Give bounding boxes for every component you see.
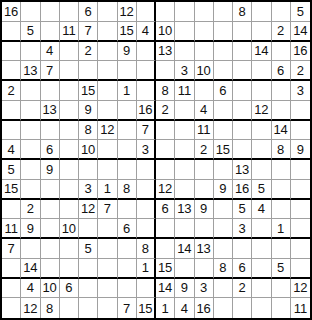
cell-r4c5-empty[interactable] [79,61,98,81]
cell-r9c1-given[interactable]: 5 [2,160,21,180]
cell-r2c8-given[interactable]: 4 [137,22,156,42]
cell-r6c11-given[interactable]: 4 [195,101,214,121]
cell-r9c15-empty[interactable] [272,160,291,180]
cell-r5c12-given[interactable]: 6 [214,81,233,101]
cell-r3c14-given[interactable]: 14 [252,42,271,62]
cell-r6c3-given[interactable]: 13 [41,101,60,121]
cell-r5c3-empty[interactable] [41,81,60,101]
cell-r2c14-empty[interactable] [252,22,271,42]
cell-r3c4-empty[interactable] [60,42,79,62]
cell-r13c2-empty[interactable] [21,239,40,259]
cell-r6c13-empty[interactable] [233,101,252,121]
cell-r1c4-empty[interactable] [60,2,79,22]
cell-r9c13-given[interactable]: 13 [233,160,252,180]
cell-r14c11-empty[interactable] [195,259,214,279]
cell-r8c10-empty[interactable] [175,140,194,160]
cell-r6c4-empty[interactable] [60,101,79,121]
cell-r6c16-empty[interactable] [291,101,310,121]
cell-r10c6-given[interactable]: 1 [98,180,117,200]
cell-r8c4-empty[interactable] [60,140,79,160]
cell-r15c10-given[interactable]: 9 [175,279,194,299]
cell-r10c4-empty[interactable] [60,180,79,200]
cell-r16c12-empty[interactable] [214,298,233,318]
cell-r8c1-given[interactable]: 4 [2,140,21,160]
cell-r10c14-given[interactable]: 5 [252,180,271,200]
cell-r2c7-given[interactable]: 15 [118,22,137,42]
cell-r7c4-empty[interactable] [60,121,79,141]
cell-r9c10-empty[interactable] [175,160,194,180]
cell-r3c16-given[interactable]: 16 [291,42,310,62]
cell-r1c16-given[interactable]: 5 [291,2,310,22]
cell-r2c10-empty[interactable] [175,22,194,42]
cell-r11c1-empty[interactable] [2,200,21,220]
cell-r15c13-given[interactable]: 2 [233,279,252,299]
cell-r7c12-empty[interactable] [214,121,233,141]
cell-r15c4-given[interactable]: 6 [60,279,79,299]
cell-r6c1-empty[interactable] [2,101,21,121]
cell-r8c9-empty[interactable] [156,140,175,160]
cell-r5c8-empty[interactable] [137,81,156,101]
cell-r15c12-empty[interactable] [214,279,233,299]
cell-r7c11-given[interactable]: 11 [195,121,214,141]
cell-r11c4-empty[interactable] [60,200,79,220]
cell-r13c16-empty[interactable] [291,239,310,259]
cell-r15c5-empty[interactable] [79,279,98,299]
cell-r2c5-given[interactable]: 7 [79,22,98,42]
cell-r7c10-empty[interactable] [175,121,194,141]
cell-r14c14-empty[interactable] [252,259,271,279]
cell-r4c7-empty[interactable] [118,61,137,81]
cell-r13c5-given[interactable]: 5 [79,239,98,259]
cell-r16c13-empty[interactable] [233,298,252,318]
cell-r11c2-given[interactable]: 2 [21,200,40,220]
cell-r16c1-empty[interactable] [2,298,21,318]
cell-r3c11-empty[interactable] [195,42,214,62]
cell-r7c2-empty[interactable] [21,121,40,141]
cell-r6c8-given[interactable]: 16 [137,101,156,121]
cell-r16c8-given[interactable]: 15 [137,298,156,318]
cell-r9c4-empty[interactable] [60,160,79,180]
cell-r7c3-empty[interactable] [41,121,60,141]
cell-r7c5-given[interactable]: 8 [79,121,98,141]
cell-r11c8-empty[interactable] [137,200,156,220]
cell-r12c9-empty[interactable] [156,219,175,239]
cell-r3c1-empty[interactable] [2,42,21,62]
cell-r8c8-given[interactable]: 3 [137,140,156,160]
cell-r2c13-empty[interactable] [233,22,252,42]
cell-r15c1-empty[interactable] [2,279,21,299]
cell-r4c16-given[interactable]: 2 [291,61,310,81]
cell-r16c9-given[interactable]: 1 [156,298,175,318]
cell-r16c10-given[interactable]: 4 [175,298,194,318]
cell-r16c7-given[interactable]: 7 [118,298,137,318]
cell-r11c10-given[interactable]: 13 [175,200,194,220]
cell-r14c1-empty[interactable] [2,259,21,279]
cell-r8c5-given[interactable]: 10 [79,140,98,160]
cell-r2c4-given[interactable]: 11 [60,22,79,42]
cell-r6c5-given[interactable]: 9 [79,101,98,121]
cell-r7c13-empty[interactable] [233,121,252,141]
cell-r12c16-empty[interactable] [291,219,310,239]
cell-r5c7-given[interactable]: 1 [118,81,137,101]
cell-r8c11-given[interactable]: 2 [195,140,214,160]
cell-r1c6-empty[interactable] [98,2,117,22]
cell-r9c2-empty[interactable] [21,160,40,180]
cell-r14c7-empty[interactable] [118,259,137,279]
cell-r11c11-given[interactable]: 9 [195,200,214,220]
cell-r6c10-empty[interactable] [175,101,194,121]
cell-r2c12-empty[interactable] [214,22,233,42]
cell-r6c9-given[interactable]: 2 [156,101,175,121]
cell-r12c13-given[interactable]: 3 [233,219,252,239]
cell-r12c10-empty[interactable] [175,219,194,239]
cell-r5c9-given[interactable]: 8 [156,81,175,101]
cell-r10c2-empty[interactable] [21,180,40,200]
cell-r4c4-empty[interactable] [60,61,79,81]
cell-r15c7-empty[interactable] [118,279,137,299]
cell-r9c3-given[interactable]: 9 [41,160,60,180]
cell-r15c9-given[interactable]: 14 [156,279,175,299]
cell-r4c10-given[interactable]: 3 [175,61,194,81]
cell-r2c16-given[interactable]: 14 [291,22,310,42]
cell-r14c3-empty[interactable] [41,259,60,279]
cell-r5c1-given[interactable]: 2 [2,81,21,101]
cell-r9c7-empty[interactable] [118,160,137,180]
cell-r1c15-empty[interactable] [272,2,291,22]
cell-r3c2-empty[interactable] [21,42,40,62]
cell-r12c3-empty[interactable] [41,219,60,239]
cell-r6c15-empty[interactable] [272,101,291,121]
cell-r16c6-empty[interactable] [98,298,117,318]
cell-r12c4-given[interactable]: 10 [60,219,79,239]
cell-r4c6-empty[interactable] [98,61,117,81]
cell-r12c6-empty[interactable] [98,219,117,239]
cell-r4c12-empty[interactable] [214,61,233,81]
cell-r13c3-empty[interactable] [41,239,60,259]
cell-r11c13-given[interactable]: 5 [233,200,252,220]
cell-r4c9-empty[interactable] [156,61,175,81]
cell-r9c11-empty[interactable] [195,160,214,180]
cell-r12c7-given[interactable]: 6 [118,219,137,239]
cell-r12c11-empty[interactable] [195,219,214,239]
cell-r11c14-given[interactable]: 4 [252,200,271,220]
cell-r14c10-empty[interactable] [175,259,194,279]
cell-r4c2-given[interactable]: 13 [21,61,40,81]
cell-r7c1-empty[interactable] [2,121,21,141]
cell-r6c14-given[interactable]: 12 [252,101,271,121]
cell-r10c12-given[interactable]: 9 [214,180,233,200]
cell-r13c8-given[interactable]: 8 [137,239,156,259]
cell-r2c9-given[interactable]: 10 [156,22,175,42]
cell-r8c16-given[interactable]: 9 [291,140,310,160]
cell-r12c14-empty[interactable] [252,219,271,239]
cell-r2c1-empty[interactable] [2,22,21,42]
cell-r12c5-empty[interactable] [79,219,98,239]
cell-r5c13-empty[interactable] [233,81,252,101]
cell-r9c8-empty[interactable] [137,160,156,180]
cell-r12c2-given[interactable]: 9 [21,219,40,239]
cell-r10c16-empty[interactable] [291,180,310,200]
cell-r10c5-given[interactable]: 3 [79,180,98,200]
cell-r13c14-empty[interactable] [252,239,271,259]
cell-r3c3-given[interactable]: 4 [41,42,60,62]
cell-r8c14-empty[interactable] [252,140,271,160]
cell-r9c14-empty[interactable] [252,160,271,180]
cell-r10c10-empty[interactable] [175,180,194,200]
cell-r9c9-empty[interactable] [156,160,175,180]
cell-r4c11-given[interactable]: 10 [195,61,214,81]
cell-r4c14-empty[interactable] [252,61,271,81]
cell-r14c8-given[interactable]: 1 [137,259,156,279]
cell-r16c15-empty[interactable] [272,298,291,318]
cell-r16c14-empty[interactable] [252,298,271,318]
cell-r16c2-given[interactable]: 12 [21,298,40,318]
cell-r2c6-empty[interactable] [98,22,117,42]
cell-r1c10-empty[interactable] [175,2,194,22]
cell-r4c13-empty[interactable] [233,61,252,81]
cell-r10c7-given[interactable]: 8 [118,180,137,200]
cell-r14c12-given[interactable]: 8 [214,259,233,279]
cell-r16c5-empty[interactable] [79,298,98,318]
cell-r13c10-given[interactable]: 14 [175,239,194,259]
cell-r11c16-empty[interactable] [291,200,310,220]
cell-r9c12-empty[interactable] [214,160,233,180]
cell-r12c1-given[interactable]: 11 [2,219,21,239]
cell-r3c6-empty[interactable] [98,42,117,62]
cell-r11c3-empty[interactable] [41,200,60,220]
cell-r3c8-empty[interactable] [137,42,156,62]
cell-r10c8-empty[interactable] [137,180,156,200]
cell-r14c9-given[interactable]: 15 [156,259,175,279]
cell-r7c14-empty[interactable] [252,121,271,141]
cell-r5c14-empty[interactable] [252,81,271,101]
cell-r1c12-empty[interactable] [214,2,233,22]
cell-r11c6-given[interactable]: 7 [98,200,117,220]
cell-r10c3-empty[interactable] [41,180,60,200]
cell-r11c5-given[interactable]: 12 [79,200,98,220]
cell-r13c7-empty[interactable] [118,239,137,259]
cell-r3c10-empty[interactable] [175,42,194,62]
cell-r9c6-empty[interactable] [98,160,117,180]
cell-r16c3-given[interactable]: 8 [41,298,60,318]
cell-r3c5-given[interactable]: 2 [79,42,98,62]
cell-r15c3-given[interactable]: 10 [41,279,60,299]
cell-r8c2-empty[interactable] [21,140,40,160]
cell-r7c9-empty[interactable] [156,121,175,141]
cell-r14c16-empty[interactable] [291,259,310,279]
cell-r11c12-empty[interactable] [214,200,233,220]
cell-r5c11-empty[interactable] [195,81,214,101]
cell-r7c7-empty[interactable] [118,121,137,141]
cell-r16c11-given[interactable]: 16 [195,298,214,318]
cell-r4c1-empty[interactable] [2,61,21,81]
cell-r12c8-empty[interactable] [137,219,156,239]
cell-r1c2-empty[interactable] [21,2,40,22]
cell-r15c16-given[interactable]: 12 [291,279,310,299]
sudoku-board: 1661285511715410214429131416137310622151… [0,0,312,320]
cell-r5c2-empty[interactable] [21,81,40,101]
cell-r14c6-empty[interactable] [98,259,117,279]
cell-r1c5-given[interactable]: 6 [79,2,98,22]
cell-r7c6-given[interactable]: 12 [98,121,117,141]
cell-r12c12-empty[interactable] [214,219,233,239]
cell-r13c12-empty[interactable] [214,239,233,259]
cell-r3c12-empty[interactable] [214,42,233,62]
cell-r5c6-empty[interactable] [98,81,117,101]
cell-r5c10-given[interactable]: 11 [175,81,194,101]
cell-r1c8-empty[interactable] [137,2,156,22]
cell-r2c11-empty[interactable] [195,22,214,42]
cell-r14c2-given[interactable]: 14 [21,259,40,279]
cell-r14c15-given[interactable]: 5 [272,259,291,279]
cell-r15c2-given[interactable]: 4 [21,279,40,299]
cell-r8c15-given[interactable]: 8 [272,140,291,160]
cell-r8c3-given[interactable]: 6 [41,140,60,160]
cell-r13c6-empty[interactable] [98,239,117,259]
cell-r4c8-empty[interactable] [137,61,156,81]
cell-r15c15-empty[interactable] [272,279,291,299]
cell-r14c5-empty[interactable] [79,259,98,279]
cell-r1c3-empty[interactable] [41,2,60,22]
cell-r2c2-given[interactable]: 5 [21,22,40,42]
cell-r6c7-empty[interactable] [118,101,137,121]
cell-r15c8-empty[interactable] [137,279,156,299]
cell-r13c15-empty[interactable] [272,239,291,259]
cell-r2c3-empty[interactable] [41,22,60,42]
cell-r1c11-empty[interactable] [195,2,214,22]
cell-r13c13-empty[interactable] [233,239,252,259]
cell-r3c15-empty[interactable] [272,42,291,62]
cell-r5c16-given[interactable]: 3 [291,81,310,101]
cell-r10c11-empty[interactable] [195,180,214,200]
cell-r1c1-given[interactable]: 16 [2,2,21,22]
cell-r8c12-given[interactable]: 15 [214,140,233,160]
cell-r3c9-given[interactable]: 13 [156,42,175,62]
cell-r7c8-given[interactable]: 7 [137,121,156,141]
cell-r16c16-given[interactable]: 11 [291,298,310,318]
cell-r9c16-empty[interactable] [291,160,310,180]
cell-r5c5-given[interactable]: 15 [79,81,98,101]
cell-r10c15-empty[interactable] [272,180,291,200]
cell-r8c6-empty[interactable] [98,140,117,160]
cell-r10c13-given[interactable]: 16 [233,180,252,200]
cell-r8c13-empty[interactable] [233,140,252,160]
cell-r1c14-empty[interactable] [252,2,271,22]
cell-r10c9-given[interactable]: 12 [156,180,175,200]
cell-r11c15-empty[interactable] [272,200,291,220]
cell-r14c13-given[interactable]: 6 [233,259,252,279]
cell-r13c1-given[interactable]: 7 [2,239,21,259]
cell-r4c15-given[interactable]: 6 [272,61,291,81]
cell-r6c6-empty[interactable] [98,101,117,121]
cell-r5c4-empty[interactable] [60,81,79,101]
cell-r11c7-empty[interactable] [118,200,137,220]
cell-r5c15-empty[interactable] [272,81,291,101]
cell-r15c6-empty[interactable] [98,279,117,299]
cell-r16c4-empty[interactable] [60,298,79,318]
cell-r1c13-given[interactable]: 8 [233,2,252,22]
cell-r14c4-empty[interactable] [60,259,79,279]
cell-r7c15-given[interactable]: 14 [272,121,291,141]
cell-r4c3-given[interactable]: 7 [41,61,60,81]
cell-r3c7-given[interactable]: 9 [118,42,137,62]
cell-r2c15-given[interactable]: 2 [272,22,291,42]
cell-r7c16-empty[interactable] [291,121,310,141]
cell-r8c7-empty[interactable] [118,140,137,160]
cell-r15c11-given[interactable]: 3 [195,279,214,299]
cell-r9c5-empty[interactable] [79,160,98,180]
cell-r12c15-given[interactable]: 1 [272,219,291,239]
cell-r10c1-given[interactable]: 15 [2,180,21,200]
cell-r15c14-empty[interactable] [252,279,271,299]
cell-r3c13-empty[interactable] [233,42,252,62]
cell-r11c9-given[interactable]: 6 [156,200,175,220]
cell-r6c2-empty[interactable] [21,101,40,121]
cell-r13c4-empty[interactable] [60,239,79,259]
cell-r6c12-empty[interactable] [214,101,233,121]
cell-r13c11-given[interactable]: 13 [195,239,214,259]
cell-r13c9-empty[interactable] [156,239,175,259]
cell-r1c9-empty[interactable] [156,2,175,22]
cell-r1c7-given[interactable]: 12 [118,2,137,22]
